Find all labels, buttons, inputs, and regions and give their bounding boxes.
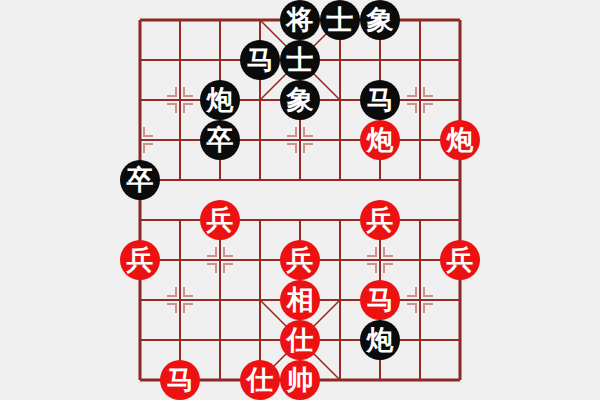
black-advisor[interactable]: 士 xyxy=(320,0,360,40)
xiangqi-board: 将士象马士炮象马卒炮炮卒兵兵兵兵兵相马仕炮马仕帅 xyxy=(0,0,600,400)
black-cannon[interactable]: 炮 xyxy=(360,320,400,360)
black-advisor[interactable]: 士 xyxy=(280,40,320,80)
red-pawn[interactable]: 兵 xyxy=(360,200,400,240)
pieces-grid: 将士象马士炮象马卒炮炮卒兵兵兵兵兵相马仕炮马仕帅 xyxy=(120,0,480,400)
red-pawn[interactable]: 兵 xyxy=(280,240,320,280)
black-horse[interactable]: 马 xyxy=(240,40,280,80)
red-advisor[interactable]: 仕 xyxy=(240,360,280,400)
red-general[interactable]: 帅 xyxy=(280,360,320,400)
red-elephant[interactable]: 相 xyxy=(280,280,320,320)
red-horse[interactable]: 马 xyxy=(160,360,200,400)
red-cannon[interactable]: 炮 xyxy=(440,120,480,160)
red-pawn[interactable]: 兵 xyxy=(120,240,160,280)
black-horse[interactable]: 马 xyxy=(360,80,400,120)
black-pawn[interactable]: 卒 xyxy=(200,120,240,160)
black-cannon[interactable]: 炮 xyxy=(200,80,240,120)
black-elephant[interactable]: 象 xyxy=(360,0,400,40)
black-general[interactable]: 将 xyxy=(280,0,320,40)
black-elephant[interactable]: 象 xyxy=(280,80,320,120)
red-advisor[interactable]: 仕 xyxy=(280,320,320,360)
red-cannon[interactable]: 炮 xyxy=(360,120,400,160)
red-pawn[interactable]: 兵 xyxy=(440,240,480,280)
red-pawn[interactable]: 兵 xyxy=(200,200,240,240)
black-pawn[interactable]: 卒 xyxy=(120,160,160,200)
red-horse[interactable]: 马 xyxy=(360,280,400,320)
